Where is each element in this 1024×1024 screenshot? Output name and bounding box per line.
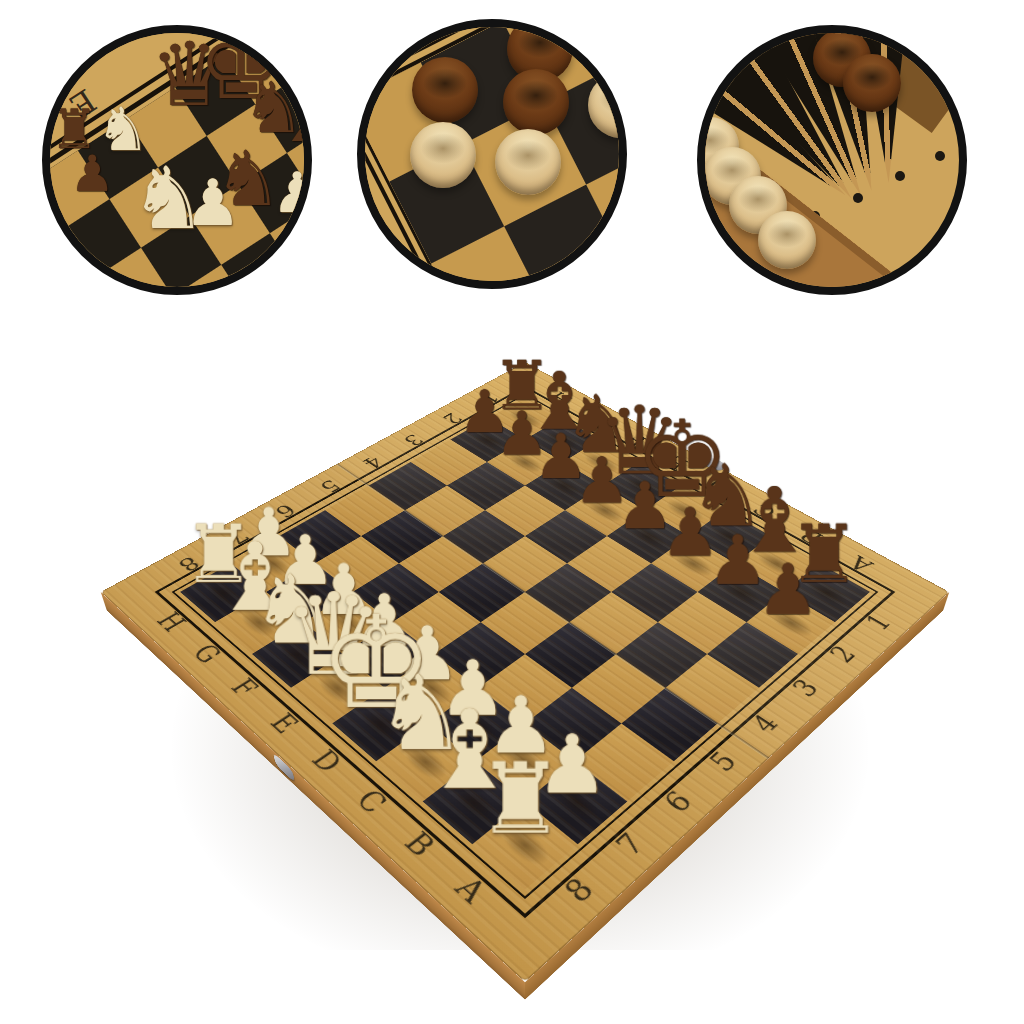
checker-light <box>758 211 816 269</box>
closeup-chess-piece: ♟ <box>184 171 241 235</box>
closeup-chess-piece: ♝ <box>278 87 312 151</box>
chess-piece-light-r: ♜ <box>435 750 607 848</box>
checker-dark <box>843 54 901 112</box>
main-board: 11HH22GG33FF44EE55DD66CC77BB88AA ♜♝♞♚♛♞♝… <box>101 362 950 982</box>
point-dot <box>853 193 863 203</box>
point-dot <box>895 171 905 181</box>
checker-light <box>410 122 476 188</box>
inset-chess-closeup: E B ♜ ♟ ♞ ♛ ♚ ♞ ♝ ♞ ♞ ♟ ♟ <box>42 25 312 295</box>
checker-dark <box>412 57 478 123</box>
inset-checkers-closeup: E 2 3 4 <box>357 19 627 289</box>
checker-dark <box>503 69 569 135</box>
closeup-chess-piece: ♟ <box>272 165 312 221</box>
chess-piece-dark-p: ♟ <box>716 555 860 625</box>
point-dot <box>935 151 945 161</box>
checkerboard-pattern <box>357 19 627 289</box>
coordinate-label: 2 <box>363 230 408 267</box>
board-top: 11HH22GG33FF44EE55DD66CC77BB88AA ♜♝♞♚♛♞♝… <box>101 362 950 982</box>
checker-light <box>495 129 561 195</box>
main-board-scene: 11HH22GG33FF44EE55DD66CC77BB88AA ♜♝♞♚♛♞♝… <box>225 292 825 892</box>
checkers-closeup-board: E 2 3 4 <box>357 19 627 289</box>
inset-backgammon-closeup <box>697 25 967 295</box>
product-photo-stage: E B ♜ ♟ ♞ ♛ ♚ ♞ ♝ ♞ ♞ ♟ ♟ E <box>0 0 1024 1024</box>
